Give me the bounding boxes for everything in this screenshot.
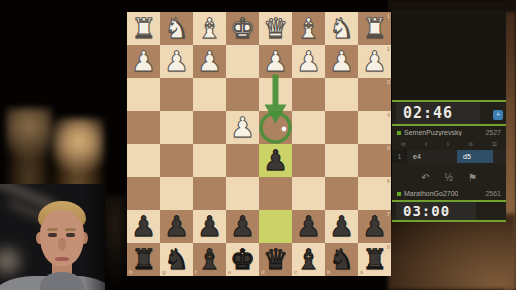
coord-rank: 8	[387, 244, 390, 250]
piece-black-pawn[interactable]: ♟	[259, 144, 292, 177]
piece-black-bishop[interactable]: ♝	[193, 243, 226, 276]
game-action-bar: ↶½⚑	[392, 170, 506, 186]
piece-white-pawn[interactable]: ♟	[160, 45, 193, 78]
piece-white-pawn[interactable]: ♟	[259, 45, 292, 78]
square-g2[interactable]: ♟	[160, 45, 193, 78]
square-e2[interactable]	[226, 45, 259, 78]
piece-black-bishop[interactable]: ♝	[292, 243, 325, 276]
last-move-button[interactable]: »	[468, 139, 473, 150]
coord-file: a	[360, 269, 363, 275]
piece-white-rook[interactable]: ♜	[358, 12, 391, 45]
square-a1[interactable]: ♜1	[358, 12, 391, 45]
coord-file: h	[129, 269, 133, 275]
piece-black-knight[interactable]: ♞	[160, 243, 193, 276]
menu-button[interactable]: ≡	[492, 139, 497, 150]
piece-white-pawn[interactable]: ♟	[325, 45, 358, 78]
piece-black-pawn[interactable]: ♟	[325, 210, 358, 243]
piece-white-bishop[interactable]: ♝	[292, 12, 325, 45]
square-c8[interactable]: ♝c	[292, 243, 325, 276]
piece-black-pawn[interactable]: ♟	[358, 210, 391, 243]
square-e7[interactable]: ♟	[226, 210, 259, 243]
piece-black-rook[interactable]: ♜	[358, 243, 391, 276]
stream-frame: ♜♞♝♚♛♝♞♜1♟♟♟♟♟♟♟23♟4♟56♟♟♟♟♟♟♟7♜h♞g♝f♚e♛…	[0, 0, 516, 290]
streamer-brow	[47, 228, 58, 231]
square-f2[interactable]: ♟	[193, 45, 226, 78]
online-dot-icon	[397, 131, 401, 135]
square-g8[interactable]: ♞g	[160, 243, 193, 276]
square-b7[interactable]: ♟	[325, 210, 358, 243]
square-e8[interactable]: ♚e	[226, 243, 259, 276]
square-a5[interactable]: 5	[358, 144, 391, 177]
piece-white-pawn[interactable]: ♟	[226, 111, 259, 144]
square-h7[interactable]: ♟	[127, 210, 160, 243]
coord-file: b	[327, 269, 331, 275]
square-f1[interactable]: ♝	[193, 12, 226, 45]
square-g4[interactable]	[160, 111, 193, 144]
piece-black-knight[interactable]: ♞	[325, 243, 358, 276]
streamer-eye	[48, 233, 57, 237]
square-b4[interactable]	[325, 111, 358, 144]
clock-bottom-time: 03:00	[403, 203, 450, 219]
square-c1[interactable]: ♝	[292, 12, 325, 45]
prev-move-button[interactable]: ‹	[425, 139, 428, 150]
streamer-eye	[66, 233, 75, 237]
square-h6[interactable]	[127, 177, 160, 210]
piece-black-pawn[interactable]: ♟	[160, 210, 193, 243]
square-d3[interactable]	[259, 78, 292, 111]
square-h1[interactable]: ♜	[127, 12, 160, 45]
clock-top: 02:46	[396, 102, 480, 124]
square-h8[interactable]: ♜h	[127, 243, 160, 276]
square-h5[interactable]	[127, 144, 160, 177]
piece-white-pawn[interactable]: ♟	[358, 45, 391, 78]
square-d6[interactable]	[259, 177, 292, 210]
square-c3[interactable]	[292, 78, 325, 111]
square-a8[interactable]: ♜8a	[358, 243, 391, 276]
streamer-nose	[58, 238, 66, 251]
clock-accent-bar	[392, 124, 506, 126]
square-c6[interactable]	[292, 177, 325, 210]
offer-draw-button[interactable]: ½	[445, 171, 453, 185]
square-f6[interactable]	[193, 177, 226, 210]
coord-rank: 3	[387, 79, 390, 85]
coord-file: e	[228, 269, 231, 275]
square-c7[interactable]: ♟	[292, 210, 325, 243]
streamer-face	[40, 210, 84, 266]
clock-top-time: 02:46	[403, 104, 453, 122]
streamer-mouth	[55, 257, 69, 261]
square-e5[interactable]	[226, 144, 259, 177]
square-g6[interactable]	[160, 177, 193, 210]
streamer-brow	[65, 228, 76, 231]
square-d8[interactable]: ♛d	[259, 243, 292, 276]
piece-white-knight[interactable]: ♞	[325, 12, 358, 45]
piece-black-pawn[interactable]: ♟	[226, 210, 259, 243]
online-dot-icon	[397, 192, 401, 196]
square-b6[interactable]	[325, 177, 358, 210]
player-top-rating: 2527	[485, 129, 501, 136]
player-bottom-row: MarathonGo2700 2561	[392, 188, 506, 199]
square-b5[interactable]	[325, 144, 358, 177]
webcam-background	[0, 248, 20, 274]
piece-black-queen[interactable]: ♛	[259, 243, 292, 276]
square-f8[interactable]: ♝f	[193, 243, 226, 276]
piece-white-pawn[interactable]: ♟	[127, 45, 160, 78]
piece-white-knight[interactable]: ♞	[160, 12, 193, 45]
square-e6[interactable]	[226, 177, 259, 210]
square-f4[interactable]	[193, 111, 226, 144]
square-f5[interactable]	[193, 144, 226, 177]
square-h2[interactable]: ♟	[127, 45, 160, 78]
webcam-overlay	[0, 184, 105, 290]
piece-white-bishop[interactable]: ♝	[193, 12, 226, 45]
player-top-name[interactable]: SemenPuzyrevsky	[404, 129, 462, 136]
move-number: 1	[392, 150, 407, 163]
coord-file: f	[195, 269, 197, 275]
clock-bottom: 03:00	[396, 202, 476, 220]
square-e3[interactable]	[226, 78, 259, 111]
square-c4[interactable]	[292, 111, 325, 144]
resign-button[interactable]: ⚑	[468, 171, 477, 185]
move-black-selected[interactable]: d5	[457, 150, 493, 163]
square-e4[interactable]: ♟	[226, 111, 259, 144]
square-a3[interactable]: 3	[358, 78, 391, 111]
first-move-button[interactable]: «	[401, 139, 406, 150]
takeback-button[interactable]: ↶	[421, 171, 429, 185]
piece-black-pawn[interactable]: ♟	[292, 210, 325, 243]
coord-file: c	[294, 269, 297, 275]
piece-black-king[interactable]: ♚	[226, 243, 259, 276]
chess-board[interactable]: ♜♞♝♚♛♝♞♜1♟♟♟♟♟♟♟23♟4♟56♟♟♟♟♟♟♟7♜h♞g♝f♚e♛…	[127, 12, 391, 276]
square-d5[interactable]: ♟	[259, 144, 292, 177]
square-d1[interactable]: ♛	[259, 12, 292, 45]
square-a4[interactable]: 4	[358, 111, 391, 144]
piece-white-queen[interactable]: ♛	[259, 12, 292, 45]
coord-rank: 5	[387, 145, 390, 151]
streamer-collar	[40, 272, 84, 290]
move-list: 1 e4 d5	[392, 150, 506, 163]
square-h3[interactable]	[127, 78, 160, 111]
piece-white-king[interactable]: ♚	[226, 12, 259, 45]
coord-rank: 7	[387, 211, 390, 217]
player-top-row: SemenPuzyrevsky 2527	[392, 127, 506, 138]
square-d4[interactable]	[259, 111, 292, 144]
square-f7[interactable]: ♟	[193, 210, 226, 243]
backdrop-bottom-right	[388, 214, 516, 290]
square-g5[interactable]	[160, 144, 193, 177]
piece-black-pawn[interactable]: ♟	[127, 210, 160, 243]
piece-white-pawn[interactable]: ♟	[292, 45, 325, 78]
coord-rank: 2	[387, 46, 390, 52]
coord-rank: 4	[387, 112, 390, 118]
piece-white-rook[interactable]: ♜	[127, 12, 160, 45]
square-d2[interactable]: ♟	[259, 45, 292, 78]
square-c2[interactable]: ♟	[292, 45, 325, 78]
square-a6[interactable]: 6	[358, 177, 391, 210]
coord-file: g	[162, 269, 166, 275]
square-c5[interactable]	[292, 144, 325, 177]
move-white[interactable]: e4	[407, 150, 457, 163]
next-move-button[interactable]: ›	[446, 139, 449, 150]
square-d7[interactable]	[259, 210, 292, 243]
move-nav-bar: «‹›»≡	[392, 139, 506, 150]
piece-black-rook[interactable]: ♜	[127, 243, 160, 276]
give-more-time-button[interactable]: +	[493, 110, 503, 120]
square-h4[interactable]	[127, 111, 160, 144]
square-a7[interactable]: ♟7	[358, 210, 391, 243]
square-b2[interactable]: ♟	[325, 45, 358, 78]
square-b8[interactable]: ♞b	[325, 243, 358, 276]
game-panel: 02:46 + SemenPuzyrevsky 2527 «‹›»≡ 1 e4 …	[392, 10, 506, 222]
square-f3[interactable]	[193, 78, 226, 111]
coord-rank: 1	[387, 13, 390, 19]
square-a2[interactable]: ♟2	[358, 45, 391, 78]
square-g1[interactable]: ♞	[160, 12, 193, 45]
square-e1[interactable]: ♚	[226, 12, 259, 45]
webcam-vignette	[83, 184, 105, 290]
square-g7[interactable]: ♟	[160, 210, 193, 243]
piece-white-pawn[interactable]: ♟	[193, 45, 226, 78]
square-b3[interactable]	[325, 78, 358, 111]
clock-accent-bar	[392, 220, 506, 222]
coord-rank: 6	[387, 178, 390, 184]
player-bottom-name[interactable]: MarathonGo2700	[404, 190, 458, 197]
piece-black-pawn[interactable]: ♟	[193, 210, 226, 243]
player-bottom-rating: 2561	[485, 190, 501, 197]
square-b1[interactable]: ♞	[325, 12, 358, 45]
square-g3[interactable]	[160, 78, 193, 111]
coord-file: d	[261, 269, 265, 275]
